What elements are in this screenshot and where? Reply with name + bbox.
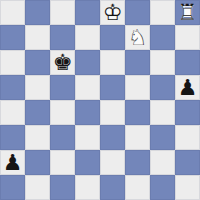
white-king[interactable]: ♚♔ (100, 0, 125, 25)
black-pawn-glyph: ♟ (0, 150, 25, 175)
square-h1[interactable] (175, 175, 200, 200)
square-g5[interactable] (150, 75, 175, 100)
square-b5[interactable] (25, 75, 50, 100)
square-d2[interactable] (75, 150, 100, 175)
square-e7[interactable] (100, 25, 125, 50)
square-d4[interactable] (75, 100, 100, 125)
white-rook-outline-glyph: ♖ (175, 0, 200, 25)
white-rook[interactable]: ♜♖ (175, 0, 200, 25)
black-king[interactable]: ♚ (50, 50, 75, 75)
square-a8[interactable] (0, 0, 25, 25)
square-h3[interactable] (175, 125, 200, 150)
square-h8[interactable]: ♜♖ (175, 0, 200, 25)
white-knight-outline-glyph: ♘ (125, 25, 150, 50)
square-g4[interactable] (150, 100, 175, 125)
square-d8[interactable] (75, 0, 100, 25)
square-h7[interactable] (175, 25, 200, 50)
square-a7[interactable] (0, 25, 25, 50)
square-e3[interactable] (100, 125, 125, 150)
square-d3[interactable] (75, 125, 100, 150)
square-f1[interactable] (125, 175, 150, 200)
square-f4[interactable] (125, 100, 150, 125)
square-h2[interactable] (175, 150, 200, 175)
square-c6[interactable]: ♚ (50, 50, 75, 75)
square-e4[interactable] (100, 100, 125, 125)
square-a5[interactable] (0, 75, 25, 100)
square-a1[interactable] (0, 175, 25, 200)
square-h6[interactable] (175, 50, 200, 75)
square-e2[interactable] (100, 150, 125, 175)
square-b2[interactable] (25, 150, 50, 175)
square-a6[interactable] (0, 50, 25, 75)
square-b8[interactable] (25, 0, 50, 25)
square-h4[interactable] (175, 100, 200, 125)
square-c5[interactable] (50, 75, 75, 100)
square-g1[interactable] (150, 175, 175, 200)
square-e8[interactable]: ♚♔ (100, 0, 125, 25)
black-pawn[interactable]: ♟ (0, 150, 25, 175)
square-c1[interactable] (50, 175, 75, 200)
square-f8[interactable] (125, 0, 150, 25)
square-b1[interactable] (25, 175, 50, 200)
square-c2[interactable] (50, 150, 75, 175)
square-a2[interactable]: ♟ (0, 150, 25, 175)
white-knight[interactable]: ♞♘ (125, 25, 150, 50)
square-f2[interactable] (125, 150, 150, 175)
square-f6[interactable] (125, 50, 150, 75)
square-f3[interactable] (125, 125, 150, 150)
square-d1[interactable] (75, 175, 100, 200)
black-pawn[interactable]: ♟ (175, 75, 200, 100)
chess-board: ♚♔♜♖♞♘♚♟♟ (0, 0, 200, 200)
square-f7[interactable]: ♞♘ (125, 25, 150, 50)
square-c7[interactable] (50, 25, 75, 50)
square-a3[interactable] (0, 125, 25, 150)
square-c4[interactable] (50, 100, 75, 125)
square-b4[interactable] (25, 100, 50, 125)
square-c8[interactable] (50, 0, 75, 25)
black-king-glyph: ♚ (50, 50, 75, 75)
square-g6[interactable] (150, 50, 175, 75)
square-g8[interactable] (150, 0, 175, 25)
square-e1[interactable] (100, 175, 125, 200)
square-f5[interactable] (125, 75, 150, 100)
square-b7[interactable] (25, 25, 50, 50)
square-d6[interactable] (75, 50, 100, 75)
square-c3[interactable] (50, 125, 75, 150)
black-pawn-glyph: ♟ (175, 75, 200, 100)
square-g3[interactable] (150, 125, 175, 150)
white-king-outline-glyph: ♔ (100, 0, 125, 25)
square-b3[interactable] (25, 125, 50, 150)
square-e6[interactable] (100, 50, 125, 75)
square-h5[interactable]: ♟ (175, 75, 200, 100)
square-g2[interactable] (150, 150, 175, 175)
square-d7[interactable] (75, 25, 100, 50)
square-d5[interactable] (75, 75, 100, 100)
square-b6[interactable] (25, 50, 50, 75)
square-g7[interactable] (150, 25, 175, 50)
square-a4[interactable] (0, 100, 25, 125)
square-e5[interactable] (100, 75, 125, 100)
